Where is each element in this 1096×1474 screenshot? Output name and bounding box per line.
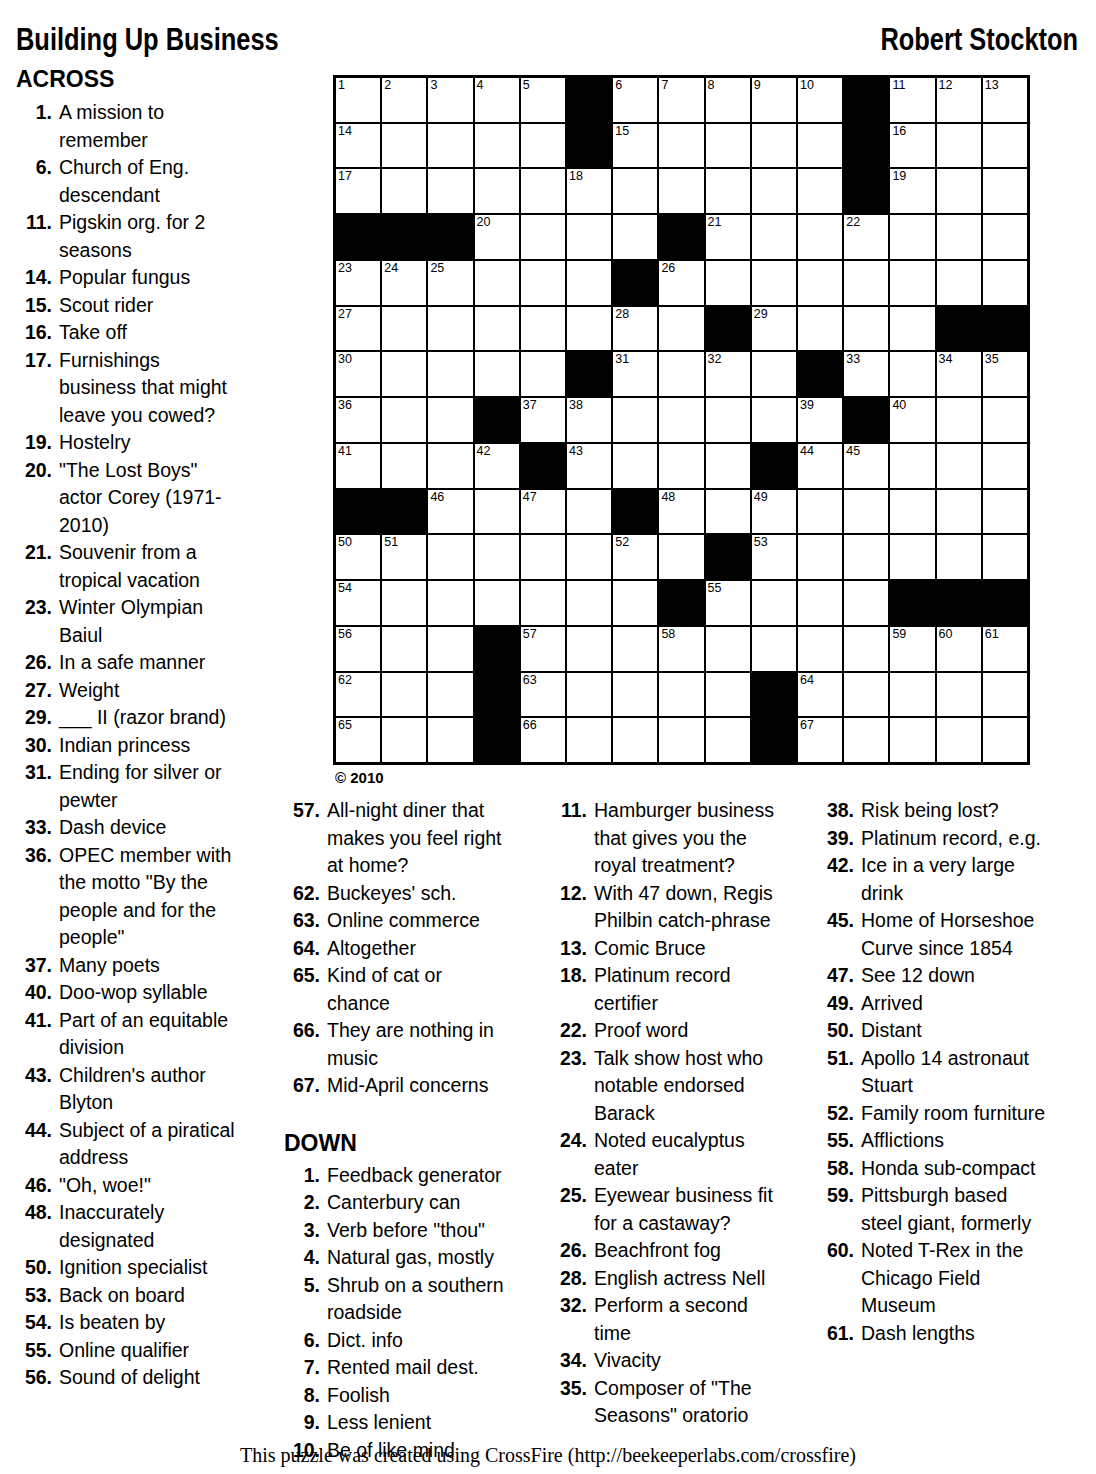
clue-number: 64. xyxy=(284,935,320,963)
clue-text: Altogether xyxy=(327,935,508,963)
white-cell[interactable] xyxy=(428,307,472,351)
white-cell[interactable] xyxy=(567,261,611,305)
white-cell[interactable] xyxy=(706,718,750,762)
white-cell[interactable]: 45 xyxy=(844,444,888,488)
white-cell[interactable] xyxy=(937,718,981,762)
white-cell[interactable] xyxy=(937,535,981,579)
white-cell[interactable]: 40 xyxy=(890,398,934,442)
white-cell[interactable] xyxy=(706,261,750,305)
down-clue: 24.Noted eucalyptus eater xyxy=(551,1127,777,1182)
white-cell[interactable] xyxy=(752,124,796,168)
white-cell[interactable] xyxy=(983,169,1027,213)
white-cell[interactable] xyxy=(659,352,703,396)
white-cell[interactable] xyxy=(475,352,519,396)
white-cell[interactable]: 61 xyxy=(983,627,1027,671)
across-clue: 66.They are nothing in music xyxy=(284,1017,508,1072)
white-cell[interactable]: 55 xyxy=(706,581,750,625)
down-clue: 9.Less lenient xyxy=(284,1409,508,1437)
cell-number: 29 xyxy=(754,308,768,321)
white-cell[interactable]: 54 xyxy=(336,581,380,625)
white-cell[interactable]: 52 xyxy=(613,535,657,579)
white-cell[interactable]: 32 xyxy=(706,352,750,396)
clue-text: Furnishings business that might leave yo… xyxy=(59,347,240,430)
clue-text: Proof word xyxy=(594,1017,777,1045)
white-cell[interactable] xyxy=(428,718,472,762)
white-cell[interactable] xyxy=(844,261,888,305)
white-cell[interactable]: 29 xyxy=(752,307,796,351)
white-cell[interactable] xyxy=(567,490,611,534)
white-cell[interactable] xyxy=(937,215,981,259)
cell-number: 38 xyxy=(569,399,583,412)
white-cell[interactable] xyxy=(844,627,888,671)
clue-number: 60. xyxy=(818,1237,854,1320)
clue-text: Buckeyes' sch. xyxy=(327,880,508,908)
white-cell[interactable] xyxy=(521,215,565,259)
white-cell[interactable] xyxy=(428,398,472,442)
down-clue: 39.Platinum record, e.g. xyxy=(818,825,1046,853)
white-cell[interactable] xyxy=(382,718,426,762)
white-cell[interactable] xyxy=(983,261,1027,305)
cell-number: 7 xyxy=(661,79,668,92)
white-cell[interactable] xyxy=(659,444,703,488)
white-cell[interactable]: 56 xyxy=(336,627,380,671)
white-cell[interactable] xyxy=(567,581,611,625)
white-cell[interactable]: 7 xyxy=(659,78,703,122)
white-cell[interactable] xyxy=(983,444,1027,488)
clue-number: 18. xyxy=(551,962,587,1017)
clue-text: Family room furniture xyxy=(861,1100,1046,1128)
across-clue: 43.Children's author Blyton xyxy=(16,1062,240,1117)
white-cell[interactable] xyxy=(844,581,888,625)
black-cell xyxy=(937,307,981,351)
white-cell[interactable]: 25 xyxy=(428,261,472,305)
clue-number: 13. xyxy=(551,935,587,963)
cell-number: 14 xyxy=(338,125,352,138)
white-cell[interactable] xyxy=(798,627,842,671)
down-clue: 28.English actress Nell xyxy=(551,1265,777,1293)
white-cell[interactable] xyxy=(613,673,657,717)
white-cell[interactable] xyxy=(890,490,934,534)
cell-number: 67 xyxy=(800,719,814,732)
white-cell[interactable]: 36 xyxy=(336,398,380,442)
clue-text: Less lenient xyxy=(327,1409,508,1437)
black-cell xyxy=(752,718,796,762)
white-cell[interactable] xyxy=(428,581,472,625)
white-cell[interactable] xyxy=(752,627,796,671)
white-cell[interactable]: 6 xyxy=(613,78,657,122)
white-cell[interactable] xyxy=(752,398,796,442)
cell-number: 9 xyxy=(754,79,761,92)
clue-text: A mission to remember xyxy=(59,99,240,154)
black-cell xyxy=(844,78,888,122)
white-cell[interactable] xyxy=(659,398,703,442)
white-cell[interactable] xyxy=(567,307,611,351)
white-cell[interactable]: 38 xyxy=(567,398,611,442)
cell-number: 33 xyxy=(846,353,860,366)
black-cell xyxy=(613,490,657,534)
white-cell[interactable] xyxy=(844,673,888,717)
white-cell[interactable] xyxy=(475,581,519,625)
white-cell[interactable] xyxy=(706,673,750,717)
black-cell xyxy=(937,581,981,625)
white-cell[interactable] xyxy=(890,261,934,305)
across-clue: 64.Altogether xyxy=(284,935,508,963)
white-cell[interactable] xyxy=(659,535,703,579)
white-cell[interactable]: 10 xyxy=(798,78,842,122)
cell-number: 48 xyxy=(661,491,675,504)
white-cell[interactable] xyxy=(567,718,611,762)
white-cell[interactable] xyxy=(937,490,981,534)
white-cell[interactable] xyxy=(613,398,657,442)
black-cell xyxy=(428,215,472,259)
white-cell[interactable]: 11 xyxy=(890,78,934,122)
white-cell[interactable]: 57 xyxy=(521,627,565,671)
white-cell[interactable]: 58 xyxy=(659,627,703,671)
white-cell[interactable] xyxy=(937,261,981,305)
white-cell[interactable]: 24 xyxy=(382,261,426,305)
across-clue: 36.OPEC member with the motto "By the pe… xyxy=(16,842,240,952)
white-cell[interactable]: 65 xyxy=(336,718,380,762)
white-cell[interactable] xyxy=(428,627,472,671)
white-cell[interactable] xyxy=(983,535,1027,579)
across-clue: 62.Buckeyes' sch. xyxy=(284,880,508,908)
white-cell[interactable]: 60 xyxy=(937,627,981,671)
white-cell[interactable] xyxy=(937,124,981,168)
clue-number: 20. xyxy=(16,457,52,540)
white-cell[interactable]: 33 xyxy=(844,352,888,396)
white-cell[interactable]: 50 xyxy=(336,535,380,579)
white-cell[interactable] xyxy=(706,627,750,671)
across-clue: 33.Dash device xyxy=(16,814,240,842)
cell-number: 59 xyxy=(892,628,906,641)
clue-text: Arrived xyxy=(861,990,1046,1018)
clue-number: 50. xyxy=(16,1254,52,1282)
white-cell[interactable] xyxy=(521,169,565,213)
clue-number: 11. xyxy=(16,209,52,264)
down-clue: 4.Natural gas, mostly xyxy=(284,1244,508,1272)
across-clue: 20."The Lost Boys" actor Corey (1971-201… xyxy=(16,457,240,540)
white-cell[interactable] xyxy=(475,124,519,168)
across-clue: 16.Take off xyxy=(16,319,240,347)
white-cell[interactable]: 21 xyxy=(706,215,750,259)
clue-number: 21. xyxy=(16,539,52,594)
white-cell[interactable] xyxy=(798,307,842,351)
white-cell[interactable] xyxy=(983,718,1027,762)
white-cell[interactable]: 26 xyxy=(659,261,703,305)
clue-number: 45. xyxy=(818,907,854,962)
white-cell[interactable] xyxy=(659,718,703,762)
down-clue: 5.Shrub on a southern roadside xyxy=(284,1272,508,1327)
cell-number: 45 xyxy=(846,445,860,458)
crossword-grid: 1234567891011121314151617181920212223242… xyxy=(333,75,1030,765)
white-cell[interactable] xyxy=(382,307,426,351)
clue-text: Afflictions xyxy=(861,1127,1046,1155)
white-cell[interactable]: 3 xyxy=(428,78,472,122)
cell-number: 1 xyxy=(338,79,345,92)
white-cell[interactable] xyxy=(890,718,934,762)
cell-number: 22 xyxy=(846,216,860,229)
white-cell[interactable] xyxy=(706,490,750,534)
clue-number: 8. xyxy=(284,1382,320,1410)
clue-text: Online qualifier xyxy=(59,1337,240,1365)
cell-number: 54 xyxy=(338,582,352,595)
white-cell[interactable]: 46 xyxy=(428,490,472,534)
cell-number: 11 xyxy=(892,79,905,92)
white-cell[interactable]: 18 xyxy=(567,169,611,213)
down-clue: 1.Feedback generator xyxy=(284,1162,508,1190)
white-cell[interactable] xyxy=(613,627,657,671)
clue-number: 3. xyxy=(284,1217,320,1245)
clue-number: 59. xyxy=(818,1182,854,1237)
white-cell[interactable] xyxy=(567,673,611,717)
white-cell[interactable]: 4 xyxy=(475,78,519,122)
white-cell[interactable] xyxy=(475,490,519,534)
white-cell[interactable] xyxy=(983,673,1027,717)
white-cell[interactable]: 13 xyxy=(983,78,1027,122)
white-cell[interactable] xyxy=(937,398,981,442)
white-cell[interactable]: 30 xyxy=(336,352,380,396)
white-cell[interactable]: 37 xyxy=(521,398,565,442)
white-cell[interactable] xyxy=(844,490,888,534)
white-cell[interactable]: 20 xyxy=(475,215,519,259)
clue-number: 22. xyxy=(551,1017,587,1045)
white-cell[interactable]: 63 xyxy=(521,673,565,717)
clue-number: 32. xyxy=(551,1292,587,1347)
white-cell[interactable]: 49 xyxy=(752,490,796,534)
white-cell[interactable] xyxy=(890,673,934,717)
white-cell[interactable] xyxy=(613,444,657,488)
white-cell[interactable]: 22 xyxy=(844,215,888,259)
white-cell[interactable]: 2 xyxy=(382,78,426,122)
clue-text: Verb before "thou" xyxy=(327,1217,508,1245)
white-cell[interactable] xyxy=(567,215,611,259)
across-clue-column: ACROSS 1.A mission to remember6.Church o… xyxy=(16,66,240,1392)
across-clue: 6.Church of Eng. descendant xyxy=(16,154,240,209)
white-cell[interactable] xyxy=(521,535,565,579)
white-cell[interactable] xyxy=(613,215,657,259)
white-cell[interactable] xyxy=(567,535,611,579)
across-clue: 29.___ II (razor brand) xyxy=(16,704,240,732)
white-cell[interactable] xyxy=(937,673,981,717)
white-cell[interactable] xyxy=(428,535,472,579)
white-cell[interactable] xyxy=(706,444,750,488)
white-cell[interactable] xyxy=(890,352,934,396)
white-cell[interactable]: 5 xyxy=(521,78,565,122)
white-cell[interactable] xyxy=(890,307,934,351)
white-cell[interactable] xyxy=(428,169,472,213)
clue-number: 53. xyxy=(16,1282,52,1310)
white-cell[interactable] xyxy=(752,352,796,396)
white-cell[interactable] xyxy=(428,124,472,168)
cell-number: 47 xyxy=(523,491,537,504)
white-cell[interactable] xyxy=(613,169,657,213)
cell-number: 13 xyxy=(985,79,999,92)
white-cell[interactable]: 42 xyxy=(475,444,519,488)
white-cell[interactable] xyxy=(659,124,703,168)
white-cell[interactable]: 59 xyxy=(890,627,934,671)
white-cell[interactable] xyxy=(937,444,981,488)
white-cell[interactable] xyxy=(428,673,472,717)
white-cell[interactable]: 44 xyxy=(798,444,842,488)
clue-text: Popular fungus xyxy=(59,264,240,292)
clue-text: Church of Eng. descendant xyxy=(59,154,240,209)
white-cell[interactable]: 67 xyxy=(798,718,842,762)
black-cell xyxy=(706,307,750,351)
white-cell[interactable] xyxy=(521,352,565,396)
white-cell[interactable]: 23 xyxy=(336,261,380,305)
white-cell[interactable]: 9 xyxy=(752,78,796,122)
clue-text: Subject of a piratical address xyxy=(59,1117,240,1172)
white-cell[interactable] xyxy=(521,124,565,168)
cell-number: 3 xyxy=(430,79,437,92)
cell-number: 23 xyxy=(338,262,352,275)
white-cell[interactable] xyxy=(983,124,1027,168)
white-cell[interactable] xyxy=(659,307,703,351)
white-cell[interactable] xyxy=(706,124,750,168)
white-cell[interactable]: 17 xyxy=(336,169,380,213)
clue-number: 67. xyxy=(284,1072,320,1100)
white-cell[interactable] xyxy=(475,261,519,305)
clue-number: 47. xyxy=(818,962,854,990)
white-cell[interactable]: 19 xyxy=(890,169,934,213)
white-cell[interactable] xyxy=(382,169,426,213)
clue-number: 31. xyxy=(16,759,52,814)
white-cell[interactable]: 43 xyxy=(567,444,611,488)
white-cell[interactable] xyxy=(382,398,426,442)
page-title: Building Up Business xyxy=(16,22,279,58)
white-cell[interactable] xyxy=(428,352,472,396)
copyright-note: © 2010 xyxy=(335,769,384,786)
white-cell[interactable] xyxy=(382,444,426,488)
white-cell[interactable]: 8 xyxy=(706,78,750,122)
white-cell[interactable]: 62 xyxy=(336,673,380,717)
clue-text: Apollo 14 astronaut Stuart xyxy=(861,1045,1046,1100)
clue-number: 39. xyxy=(818,825,854,853)
white-cell[interactable] xyxy=(521,307,565,351)
white-cell[interactable]: 31 xyxy=(613,352,657,396)
cell-number: 61 xyxy=(985,628,999,641)
clue-text: Take off xyxy=(59,319,240,347)
clue-text: Rented mail dest. xyxy=(327,1354,508,1382)
white-cell[interactable] xyxy=(428,444,472,488)
white-cell[interactable]: 66 xyxy=(521,718,565,762)
white-cell[interactable] xyxy=(798,490,842,534)
white-cell[interactable] xyxy=(382,673,426,717)
black-cell xyxy=(844,124,888,168)
cell-number: 4 xyxy=(477,79,484,92)
clue-number: 30. xyxy=(16,732,52,760)
white-cell[interactable] xyxy=(752,261,796,305)
cell-number: 27 xyxy=(338,308,352,321)
white-cell[interactable] xyxy=(752,215,796,259)
white-cell[interactable] xyxy=(706,169,750,213)
cell-number: 15 xyxy=(615,125,629,138)
white-cell[interactable] xyxy=(798,215,842,259)
white-cell[interactable] xyxy=(844,718,888,762)
white-cell[interactable] xyxy=(890,444,934,488)
white-cell[interactable]: 39 xyxy=(798,398,842,442)
white-cell[interactable]: 41 xyxy=(336,444,380,488)
white-cell[interactable] xyxy=(382,352,426,396)
white-cell[interactable]: 12 xyxy=(937,78,981,122)
white-cell[interactable] xyxy=(382,627,426,671)
white-cell[interactable] xyxy=(567,627,611,671)
black-cell xyxy=(659,215,703,259)
white-cell[interactable] xyxy=(983,490,1027,534)
white-cell[interactable] xyxy=(983,398,1027,442)
white-cell[interactable] xyxy=(475,169,519,213)
white-cell[interactable] xyxy=(613,718,657,762)
clue-number: 44. xyxy=(16,1117,52,1172)
white-cell[interactable] xyxy=(798,261,842,305)
white-cell[interactable] xyxy=(706,398,750,442)
white-cell[interactable] xyxy=(752,581,796,625)
white-cell[interactable] xyxy=(613,581,657,625)
clue-text: Home of Horseshoe Curve since 1854 xyxy=(861,907,1046,962)
white-cell[interactable]: 47 xyxy=(521,490,565,534)
white-cell[interactable] xyxy=(659,673,703,717)
white-cell[interactable]: 53 xyxy=(752,535,796,579)
white-cell[interactable] xyxy=(890,535,934,579)
white-cell[interactable]: 28 xyxy=(613,307,657,351)
clue-text: Platinum record, e.g. xyxy=(861,825,1046,853)
clue-text: Doo-wop syllable xyxy=(59,979,240,1007)
black-cell xyxy=(752,444,796,488)
clue-text: Honda sub-compact xyxy=(861,1155,1046,1183)
white-cell[interactable]: 16 xyxy=(890,124,934,168)
white-cell[interactable] xyxy=(521,581,565,625)
white-cell[interactable] xyxy=(798,169,842,213)
across-clue: 56.Sound of delight xyxy=(16,1364,240,1392)
white-cell[interactable]: 34 xyxy=(937,352,981,396)
clue-text: They are nothing in music xyxy=(327,1017,508,1072)
white-cell[interactable] xyxy=(798,535,842,579)
down-clue: 45.Home of Horseshoe Curve since 1854 xyxy=(818,907,1046,962)
white-cell[interactable] xyxy=(983,215,1027,259)
clue-text: Noted eucalyptus eater xyxy=(594,1127,777,1182)
clue-text: Ice in a very large drink xyxy=(861,852,1046,907)
black-cell xyxy=(382,490,426,534)
clue-number: 4. xyxy=(284,1244,320,1272)
white-cell[interactable] xyxy=(475,307,519,351)
page-author: Robert Stockton xyxy=(880,22,1078,58)
white-cell[interactable] xyxy=(382,581,426,625)
white-cell[interactable] xyxy=(937,169,981,213)
down-clue: 34.Vivacity xyxy=(551,1347,777,1375)
white-cell[interactable] xyxy=(475,535,519,579)
white-cell[interactable] xyxy=(844,535,888,579)
white-cell[interactable]: 15 xyxy=(613,124,657,168)
black-cell xyxy=(336,490,380,534)
white-cell[interactable] xyxy=(521,261,565,305)
white-cell[interactable]: 1 xyxy=(336,78,380,122)
white-cell[interactable] xyxy=(798,581,842,625)
white-cell[interactable]: 48 xyxy=(659,490,703,534)
white-cell[interactable] xyxy=(659,169,703,213)
cell-number: 34 xyxy=(939,353,953,366)
white-cell[interactable]: 64 xyxy=(798,673,842,717)
cell-number: 35 xyxy=(985,353,999,366)
white-cell[interactable] xyxy=(382,124,426,168)
white-cell[interactable] xyxy=(890,215,934,259)
white-cell[interactable] xyxy=(752,169,796,213)
white-cell[interactable]: 51 xyxy=(382,535,426,579)
white-cell[interactable] xyxy=(798,124,842,168)
white-cell[interactable]: 14 xyxy=(336,124,380,168)
white-cell[interactable] xyxy=(844,307,888,351)
white-cell[interactable]: 27 xyxy=(336,307,380,351)
white-cell[interactable]: 35 xyxy=(983,352,1027,396)
